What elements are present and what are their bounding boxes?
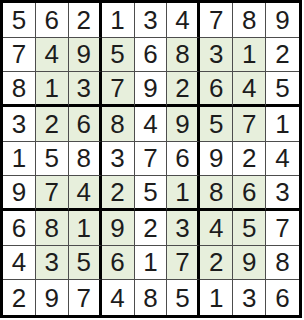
sudoku-cell-r9c6[interactable]: 5 <box>167 280 200 315</box>
sudoku-cell-r6c4[interactable]: 2 <box>102 176 135 211</box>
sudoku-cell-r4c8[interactable]: 7 <box>233 107 266 142</box>
sudoku-cell-r6c1[interactable]: 9 <box>3 176 36 211</box>
sudoku-board: 5621347897495683128137926453268495711583… <box>0 0 302 318</box>
sudoku-cell-r4c7[interactable]: 5 <box>200 107 233 142</box>
sudoku-cell-r2c5[interactable]: 6 <box>135 38 168 73</box>
sudoku-cell-r7c9[interactable]: 7 <box>266 211 299 246</box>
sudoku-cell-r2c8[interactable]: 1 <box>233 38 266 73</box>
sudoku-cell-r5c5[interactable]: 7 <box>135 142 168 177</box>
sudoku-cell-r2c6[interactable]: 8 <box>167 38 200 73</box>
sudoku-cell-r2c3[interactable]: 9 <box>69 38 102 73</box>
sudoku-cell-r7c6[interactable]: 3 <box>167 211 200 246</box>
sudoku-cell-r5c8[interactable]: 2 <box>233 142 266 177</box>
sudoku-cell-r1c3[interactable]: 2 <box>69 3 102 38</box>
sudoku-cell-r5c4[interactable]: 3 <box>102 142 135 177</box>
sudoku-cell-r3c8[interactable]: 4 <box>233 72 266 107</box>
sudoku-cell-r5c2[interactable]: 5 <box>36 142 69 177</box>
sudoku-cell-r3c5[interactable]: 9 <box>135 72 168 107</box>
sudoku-cell-r4c5[interactable]: 4 <box>135 107 168 142</box>
sudoku-cell-r6c3[interactable]: 4 <box>69 176 102 211</box>
sudoku-cell-r7c3[interactable]: 1 <box>69 211 102 246</box>
sudoku-cell-r1c4[interactable]: 1 <box>102 3 135 38</box>
sudoku-cell-r2c2[interactable]: 4 <box>36 38 69 73</box>
sudoku-cell-r4c6[interactable]: 9 <box>167 107 200 142</box>
sudoku-cell-r4c3[interactable]: 6 <box>69 107 102 142</box>
sudoku-cell-r2c9[interactable]: 2 <box>266 38 299 73</box>
sudoku-cell-r8c2[interactable]: 3 <box>36 246 69 281</box>
sudoku-cell-r6c9[interactable]: 3 <box>266 176 299 211</box>
sudoku-cell-r8c5[interactable]: 1 <box>135 246 168 281</box>
sudoku-cell-r3c6[interactable]: 2 <box>167 72 200 107</box>
sudoku-cell-r5c9[interactable]: 4 <box>266 142 299 177</box>
sudoku-cell-r9c1[interactable]: 2 <box>3 280 36 315</box>
sudoku-cell-r7c4[interactable]: 9 <box>102 211 135 246</box>
sudoku-cell-r1c1[interactable]: 5 <box>3 3 36 38</box>
sudoku-cell-r9c7[interactable]: 1 <box>200 280 233 315</box>
sudoku-cell-r3c7[interactable]: 6 <box>200 72 233 107</box>
sudoku-cell-r3c9[interactable]: 5 <box>266 72 299 107</box>
sudoku-cell-r8c1[interactable]: 4 <box>3 246 36 281</box>
sudoku-cell-r9c3[interactable]: 7 <box>69 280 102 315</box>
sudoku-cell-r7c2[interactable]: 8 <box>36 211 69 246</box>
sudoku-cell-r7c1[interactable]: 6 <box>3 211 36 246</box>
sudoku-cell-r8c4[interactable]: 6 <box>102 246 135 281</box>
sudoku-cell-r1c8[interactable]: 8 <box>233 3 266 38</box>
sudoku-cell-r8c3[interactable]: 5 <box>69 246 102 281</box>
sudoku-cell-r6c5[interactable]: 5 <box>135 176 168 211</box>
sudoku-cell-r1c5[interactable]: 3 <box>135 3 168 38</box>
sudoku-cell-r6c8[interactable]: 6 <box>233 176 266 211</box>
sudoku-cell-r9c5[interactable]: 8 <box>135 280 168 315</box>
sudoku-cell-r8c8[interactable]: 9 <box>233 246 266 281</box>
sudoku-cell-r1c9[interactable]: 9 <box>266 3 299 38</box>
sudoku-cell-r6c6[interactable]: 1 <box>167 176 200 211</box>
sudoku-cell-r4c4[interactable]: 8 <box>102 107 135 142</box>
sudoku-cell-r3c1[interactable]: 8 <box>3 72 36 107</box>
sudoku-cell-r2c7[interactable]: 3 <box>200 38 233 73</box>
sudoku-cell-r3c2[interactable]: 1 <box>36 72 69 107</box>
sudoku-cell-r2c1[interactable]: 7 <box>3 38 36 73</box>
sudoku-cell-r8c6[interactable]: 7 <box>167 246 200 281</box>
sudoku-cell-r5c7[interactable]: 9 <box>200 142 233 177</box>
sudoku-cell-r7c8[interactable]: 5 <box>233 211 266 246</box>
sudoku-cell-r1c2[interactable]: 6 <box>36 3 69 38</box>
sudoku-cell-r7c7[interactable]: 4 <box>200 211 233 246</box>
sudoku-cell-r8c9[interactable]: 8 <box>266 246 299 281</box>
sudoku-cell-r9c2[interactable]: 9 <box>36 280 69 315</box>
sudoku-cell-r9c4[interactable]: 4 <box>102 280 135 315</box>
sudoku-cell-r3c3[interactable]: 3 <box>69 72 102 107</box>
sudoku-cell-r5c1[interactable]: 1 <box>3 142 36 177</box>
sudoku-cell-r7c5[interactable]: 2 <box>135 211 168 246</box>
sudoku-cell-r6c2[interactable]: 7 <box>36 176 69 211</box>
sudoku-cell-r9c8[interactable]: 3 <box>233 280 266 315</box>
sudoku-cell-r4c1[interactable]: 3 <box>3 107 36 142</box>
sudoku-cell-r5c3[interactable]: 8 <box>69 142 102 177</box>
sudoku-cell-r8c7[interactable]: 2 <box>200 246 233 281</box>
sudoku-cell-r2c4[interactable]: 5 <box>102 38 135 73</box>
sudoku-cell-r5c6[interactable]: 6 <box>167 142 200 177</box>
sudoku-cell-r1c7[interactable]: 7 <box>200 3 233 38</box>
sudoku-cell-r1c6[interactable]: 4 <box>167 3 200 38</box>
sudoku-cell-r9c9[interactable]: 6 <box>266 280 299 315</box>
sudoku-cell-r6c7[interactable]: 8 <box>200 176 233 211</box>
sudoku-cell-r4c9[interactable]: 1 <box>266 107 299 142</box>
sudoku-cell-r3c4[interactable]: 7 <box>102 72 135 107</box>
sudoku-cell-r4c2[interactable]: 2 <box>36 107 69 142</box>
